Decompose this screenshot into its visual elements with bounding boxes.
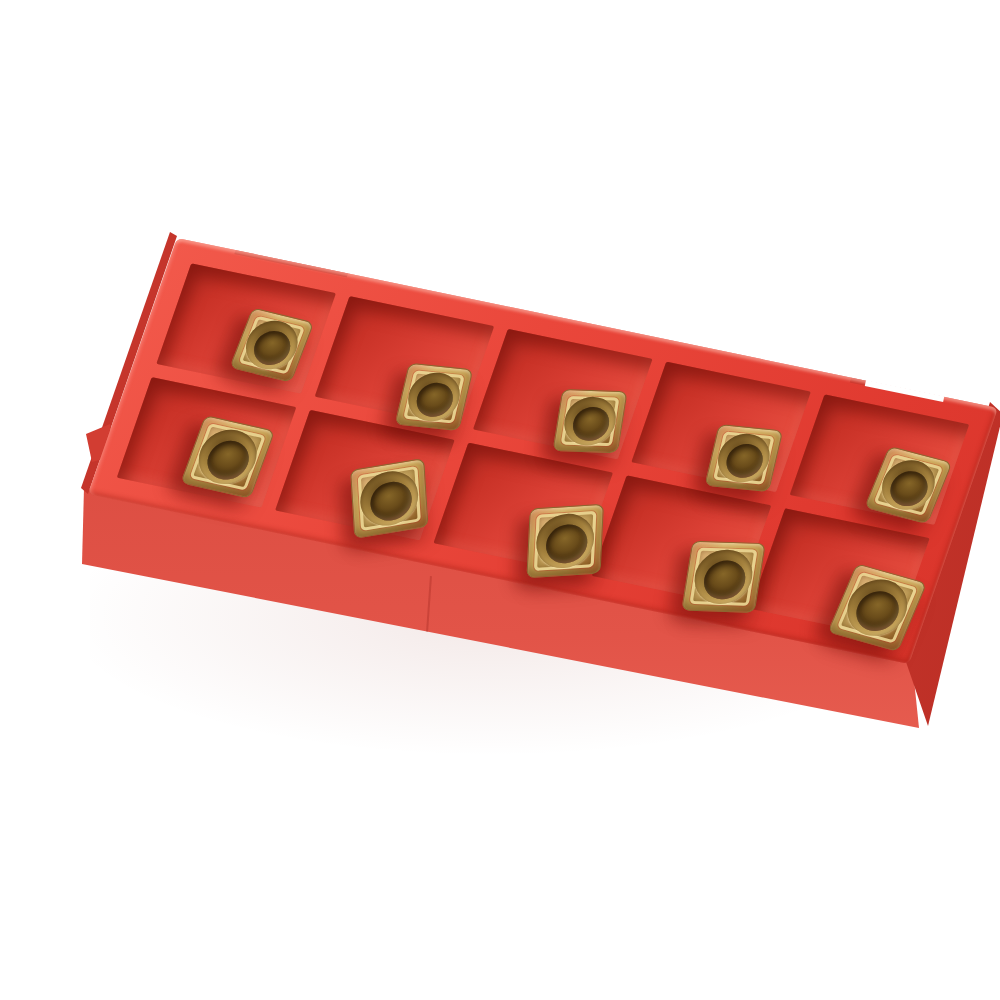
insert-hole-bore (413, 381, 456, 418)
carbide-insert (229, 307, 314, 382)
carbide-insert (552, 389, 627, 453)
insert-hole-bore (571, 406, 612, 441)
carbide-insert (526, 504, 604, 578)
carbide-insert (681, 541, 766, 613)
insert-hole-bore (545, 523, 588, 564)
carbide-insert (704, 424, 783, 492)
carbide-insert (395, 363, 474, 431)
insert-hole-bore (369, 479, 413, 524)
product-photo-stage (40, 16, 1000, 1000)
carbide-insert (350, 458, 428, 539)
insert-hole-bore (723, 442, 766, 479)
carbide-insert (827, 563, 927, 652)
carbide-insert (864, 446, 952, 524)
insert-hole-bore (701, 560, 748, 600)
carbide-insert (180, 415, 275, 499)
